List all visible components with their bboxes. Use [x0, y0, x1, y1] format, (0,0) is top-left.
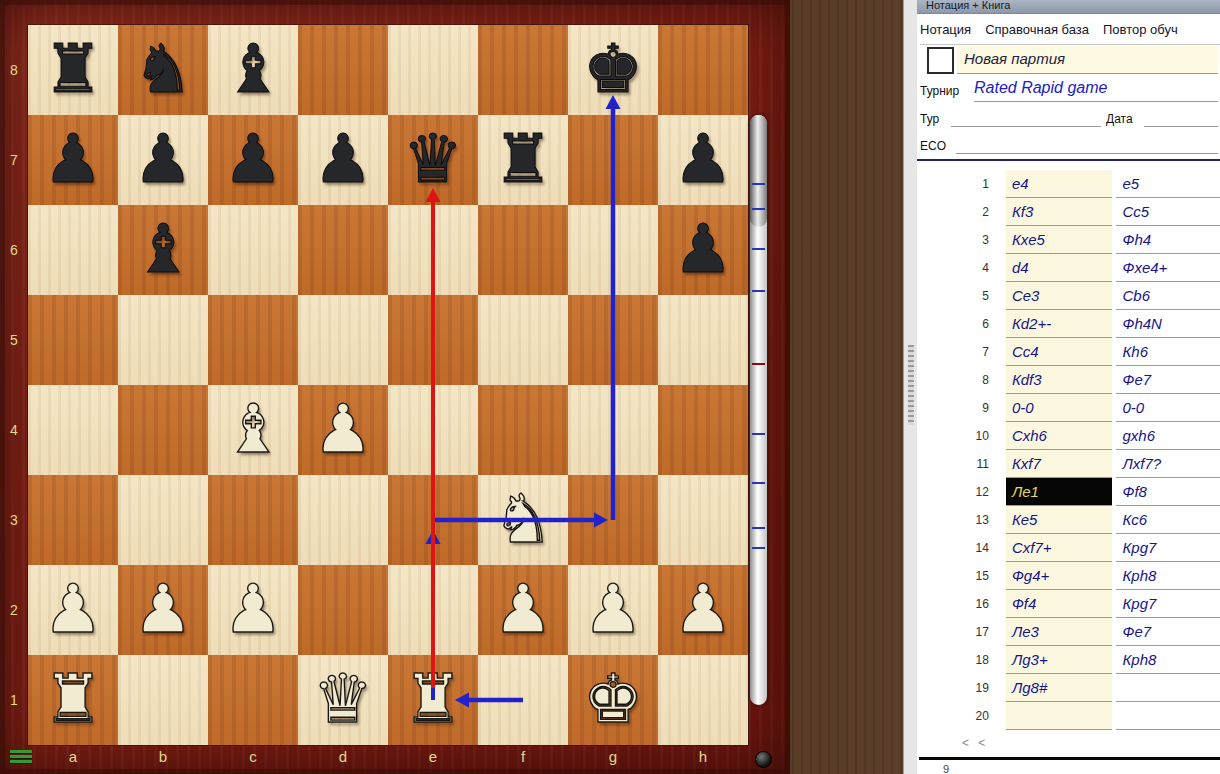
square-b5[interactable]: [118, 295, 208, 385]
white-pawn[interactable]: ♟: [28, 565, 118, 655]
square-e3[interactable]: [388, 475, 478, 565]
white-pawn[interactable]: ♟: [658, 565, 748, 655]
slider-tick: [752, 527, 765, 529]
move-row: 1e4e5: [917, 170, 1220, 198]
square-f1[interactable]: [478, 655, 568, 745]
square-c1[interactable]: [208, 655, 298, 745]
eco-label: ECO: [920, 139, 946, 153]
tournament-underline: [974, 101, 1218, 102]
move-number: 6: [917, 310, 998, 338]
move-row: 13Кe5Кc6: [917, 506, 1220, 534]
white-bishop[interactable]: ♝: [208, 385, 298, 475]
move-row: 18Лg3+Крh8: [917, 646, 1220, 674]
white-pawn[interactable]: ♟: [568, 565, 658, 655]
move-white[interactable]: Фf4: [1006, 590, 1113, 618]
move-number: 14: [917, 534, 998, 562]
chess-board[interactable]: ♜♞♝♚♟♟♟♟♛♜♟♝♟♝♟♞♟♟♟♟♟♟♜♛♜♚: [28, 25, 748, 745]
square-h3[interactable]: [658, 475, 748, 565]
moves-footer[interactable]: < <: [962, 736, 988, 750]
square-b8[interactable]: ♞: [118, 25, 208, 115]
white-pawn[interactable]: ♟: [298, 385, 388, 475]
white-knight[interactable]: ♞: [478, 475, 568, 565]
move-number: 15: [917, 562, 998, 590]
game-progress-slider[interactable]: [750, 115, 767, 705]
file-label-h: h: [658, 745, 748, 769]
black-queen[interactable]: ♛: [388, 115, 478, 205]
panel-title: Нотация + Книга: [917, 0, 1220, 11]
move-number: 20: [917, 702, 998, 730]
square-a3[interactable]: [28, 475, 118, 565]
header-divider: [917, 159, 1220, 161]
move-black[interactable]: [1116, 674, 1220, 702]
square-d6[interactable]: [298, 205, 388, 295]
move-number: 19: [917, 674, 998, 702]
square-d1[interactable]: ♛: [298, 655, 388, 745]
square-h8[interactable]: [658, 25, 748, 115]
app-window: 87654321 abcdefgh ♜♞♝♚♟♟♟♟♛♜♟♝♟♝♟♞♟♟♟♟♟♟…: [0, 0, 1220, 774]
move-black[interactable]: Крg7: [1116, 534, 1220, 562]
white-pawn[interactable]: ♟: [208, 565, 298, 655]
bottom-pane-divider: [919, 757, 1220, 760]
slider-tick: [752, 547, 765, 549]
move-row: 11Кxf7Лxf7?: [917, 450, 1220, 478]
round-field[interactable]: [951, 126, 1101, 127]
black-king[interactable]: ♚: [568, 25, 658, 115]
rank-label-4: 4: [0, 385, 28, 475]
square-g5[interactable]: [568, 295, 658, 385]
square-a4[interactable]: [28, 385, 118, 475]
white-queen[interactable]: ♛: [298, 655, 388, 745]
square-c6[interactable]: [208, 205, 298, 295]
file-label-a: a: [28, 745, 118, 769]
move-row: 6Кd2+-Фh4N: [917, 310, 1220, 338]
moves-table: 1e4e52Кf3Сc53Кxe5Фh44d4Фxe4+5Сe3Сb66Кd2+…: [917, 170, 1220, 730]
white-pawn[interactable]: ♟: [118, 565, 208, 655]
tab-2[interactable]: Справочная база: [982, 20, 1100, 42]
move-black[interactable]: 0-0: [1116, 394, 1220, 422]
file-label-c: c: [208, 745, 298, 769]
square-f8[interactable]: [478, 25, 568, 115]
black-pawn[interactable]: ♟: [28, 115, 118, 205]
partial-bottom-text: 9: [943, 763, 949, 774]
file-label-b: b: [118, 745, 208, 769]
square-e1[interactable]: ♜: [388, 655, 478, 745]
square-c2[interactable]: ♟: [208, 565, 298, 655]
square-h1[interactable]: [658, 655, 748, 745]
square-g2[interactable]: ♟: [568, 565, 658, 655]
tab-divider: [920, 44, 1220, 45]
slider-thumb[interactable]: [750, 115, 767, 227]
black-rook[interactable]: ♜: [478, 115, 568, 205]
move-black[interactable]: Крh8: [1116, 646, 1220, 674]
move-black[interactable]: Фf8: [1116, 478, 1220, 506]
move-black[interactable]: Кh6: [1116, 338, 1220, 366]
game-title-field[interactable]: Новая партия: [957, 46, 1218, 74]
round-label: Тур: [920, 112, 939, 126]
square-c5[interactable]: [208, 295, 298, 385]
slider-tick: [752, 208, 765, 210]
move-black[interactable]: Фh4N: [1116, 310, 1220, 338]
square-h5[interactable]: [658, 295, 748, 385]
slider-tick: [752, 248, 765, 250]
move-white[interactable]: Ле1: [1006, 478, 1113, 506]
move-number: 10: [917, 422, 998, 450]
move-row: 4d4Фxe4+: [917, 254, 1220, 282]
move-black[interactable]: Фh4: [1116, 226, 1220, 254]
file-label-g: g: [568, 745, 658, 769]
move-white[interactable]: Кd2+-: [1006, 310, 1113, 338]
black-knight[interactable]: ♞: [118, 25, 208, 115]
date-label: Дата: [1106, 112, 1133, 126]
square-d3[interactable]: [298, 475, 388, 565]
square-f6[interactable]: [478, 205, 568, 295]
move-row: 17Ле3Фe7: [917, 618, 1220, 646]
move-number: 17: [917, 618, 998, 646]
move-black[interactable]: Сb6: [1116, 282, 1220, 310]
square-g4[interactable]: [568, 385, 658, 475]
square-f3[interactable]: ♞: [478, 475, 568, 565]
splitter-thumb[interactable]: [908, 345, 914, 425]
slider-tick-current: [752, 363, 765, 365]
move-number: 18: [917, 646, 998, 674]
square-a8[interactable]: ♜: [28, 25, 118, 115]
square-e2[interactable]: [388, 565, 478, 655]
square-g6[interactable]: [568, 205, 658, 295]
black-rook[interactable]: ♜: [28, 25, 118, 115]
square-e5[interactable]: [388, 295, 478, 385]
move-black[interactable]: e5: [1116, 170, 1220, 198]
move-number: 13: [917, 506, 998, 534]
game-title: Новая партия: [957, 50, 1065, 67]
move-row: 19Лg8#: [917, 674, 1220, 702]
tournament-label: Турнир: [920, 84, 959, 98]
game-checkbox[interactable]: [927, 47, 954, 74]
black-pawn[interactable]: ♟: [658, 115, 748, 205]
move-number: 7: [917, 338, 998, 366]
board-menu-icon[interactable]: [10, 750, 32, 766]
tab-3[interactable]: Повтор обуч: [1100, 20, 1189, 42]
move-row: 5Сe3Сb6: [917, 282, 1220, 310]
square-b6[interactable]: ♝: [118, 205, 208, 295]
move-number: 2: [917, 198, 998, 226]
move-black[interactable]: [1116, 702, 1220, 730]
file-label-d: d: [298, 745, 388, 769]
square-a6[interactable]: [28, 205, 118, 295]
notation-panel: Нотация + Книга НотацияСправочная базаПо…: [917, 0, 1220, 774]
move-white[interactable]: [1006, 702, 1113, 730]
move-number: 1: [917, 170, 998, 198]
move-number: 5: [917, 282, 998, 310]
move-row: 12Ле1Фf8: [917, 478, 1220, 506]
rank-label-7: 7: [0, 115, 28, 205]
panel-titlebar[interactable]: Нотация + Книга: [917, 0, 1220, 14]
black-pawn[interactable]: ♟: [118, 115, 208, 205]
move-white[interactable]: Кe5: [1006, 506, 1113, 534]
date-field[interactable]: [1144, 126, 1218, 127]
move-row: 10Сxh6gxh6: [917, 422, 1220, 450]
move-number: 4: [917, 254, 998, 282]
move-white[interactable]: Сc4: [1006, 338, 1113, 366]
square-c7[interactable]: ♟: [208, 115, 298, 205]
square-h2[interactable]: ♟: [658, 565, 748, 655]
black-pawn[interactable]: ♟: [298, 115, 388, 205]
square-h6[interactable]: ♟: [658, 205, 748, 295]
rank-label-6: 6: [0, 205, 28, 295]
white-pawn[interactable]: ♟: [478, 565, 568, 655]
white-rook[interactable]: ♜: [388, 655, 478, 745]
square-g3[interactable]: [568, 475, 658, 565]
rank-label-5: 5: [0, 295, 28, 385]
move-row: 14Сxf7+Крg7: [917, 534, 1220, 562]
move-white[interactable]: Фg4+: [1006, 562, 1113, 590]
square-g1[interactable]: ♚: [568, 655, 658, 745]
square-c8[interactable]: ♝: [208, 25, 298, 115]
square-c4[interactable]: ♝: [208, 385, 298, 475]
panel-tabs: НотацияСправочная базаПовтор обуч: [917, 20, 1220, 42]
move-white[interactable]: 0-0: [1006, 394, 1113, 422]
square-d5[interactable]: [298, 295, 388, 385]
eco-field[interactable]: [956, 153, 1218, 154]
move-row: 7Сc4Кh6: [917, 338, 1220, 366]
square-a2[interactable]: ♟: [28, 565, 118, 655]
move-black[interactable]: Сc5: [1116, 198, 1220, 226]
square-f4[interactable]: [478, 385, 568, 475]
move-number: 11: [917, 450, 998, 478]
move-white[interactable]: Кf3: [1006, 198, 1113, 226]
move-white[interactable]: Лg8#: [1006, 674, 1113, 702]
square-c3[interactable]: [208, 475, 298, 565]
move-white[interactable]: Ле3: [1006, 618, 1113, 646]
rank-label-2: 2: [0, 565, 28, 655]
rank-labels: 87654321: [0, 25, 28, 745]
move-number: 8: [917, 366, 998, 394]
move-number: 16: [917, 590, 998, 618]
file-label-e: e: [388, 745, 478, 769]
square-b7[interactable]: ♟: [118, 115, 208, 205]
black-pawn[interactable]: ♟: [658, 205, 748, 295]
move-black[interactable]: Кc6: [1116, 506, 1220, 534]
move-white[interactable]: d4: [1006, 254, 1113, 282]
move-number: 3: [917, 226, 998, 254]
move-black[interactable]: Крg7: [1116, 590, 1220, 618]
move-black[interactable]: Фxe4+: [1116, 254, 1220, 282]
move-white[interactable]: Лg3+: [1006, 646, 1113, 674]
move-white[interactable]: e4: [1006, 170, 1113, 198]
square-e4[interactable]: [388, 385, 478, 475]
square-h7[interactable]: ♟: [658, 115, 748, 205]
square-d4[interactable]: ♟: [298, 385, 388, 475]
move-black[interactable]: gxh6: [1116, 422, 1220, 450]
square-e8[interactable]: [388, 25, 478, 115]
move-white[interactable]: Кxf7: [1006, 450, 1113, 478]
square-b1[interactable]: [118, 655, 208, 745]
square-a1[interactable]: ♜: [28, 655, 118, 745]
slider-tick: [752, 290, 765, 292]
square-e7[interactable]: ♛: [388, 115, 478, 205]
square-f7[interactable]: ♜: [478, 115, 568, 205]
board-corner-button[interactable]: [755, 751, 772, 768]
black-bishop[interactable]: ♝: [118, 205, 208, 295]
rank-label-1: 1: [0, 655, 28, 745]
move-row: 16Фf4Крg7: [917, 590, 1220, 618]
move-white[interactable]: Кdf3: [1006, 366, 1113, 394]
black-bishop[interactable]: ♝: [208, 25, 298, 115]
move-row: 20: [917, 702, 1220, 730]
square-g7[interactable]: [568, 115, 658, 205]
move-black[interactable]: Фe7: [1116, 618, 1220, 646]
file-label-f: f: [478, 745, 568, 769]
slider-tick: [752, 482, 765, 484]
square-b4[interactable]: [118, 385, 208, 475]
move-black[interactable]: Фe7: [1116, 366, 1220, 394]
move-black[interactable]: Крh8: [1116, 562, 1220, 590]
move-row: 15Фg4+Крh8: [917, 562, 1220, 590]
tab-1[interactable]: Нотация: [917, 20, 982, 42]
square-b2[interactable]: ♟: [118, 565, 208, 655]
white-rook[interactable]: ♜: [28, 655, 118, 745]
square-e6[interactable]: [388, 205, 478, 295]
square-a7[interactable]: ♟: [28, 115, 118, 205]
chess-board-frame: 87654321 abcdefgh ♜♞♝♚♟♟♟♟♛♜♟♝♟♝♟♞♟♟♟♟♟♟…: [0, 0, 790, 774]
square-d8[interactable]: [298, 25, 388, 115]
slider-tick: [752, 183, 765, 185]
move-white[interactable]: Сe3: [1006, 282, 1113, 310]
move-black[interactable]: Лxf7?: [1116, 450, 1220, 478]
move-white[interactable]: Кxe5: [1006, 226, 1113, 254]
black-pawn[interactable]: ♟: [208, 115, 298, 205]
square-f2[interactable]: ♟: [478, 565, 568, 655]
tournament-value[interactable]: Rated Rapid game: [974, 79, 1107, 97]
rank-label-3: 3: [0, 475, 28, 565]
square-f5[interactable]: [478, 295, 568, 385]
square-h4[interactable]: [658, 385, 748, 475]
square-g8[interactable]: ♚: [568, 25, 658, 115]
rank-label-8: 8: [0, 25, 28, 115]
square-d7[interactable]: ♟: [298, 115, 388, 205]
move-row: 2Кf3Сc5: [917, 198, 1220, 226]
move-row: 3Кxe5Фh4: [917, 226, 1220, 254]
square-b3[interactable]: [118, 475, 208, 565]
white-king[interactable]: ♚: [568, 655, 658, 745]
move-row: 8Кdf3Фe7: [917, 366, 1220, 394]
square-d2[interactable]: [298, 565, 388, 655]
move-white[interactable]: Сxf7+: [1006, 534, 1113, 562]
square-a5[interactable]: [28, 295, 118, 385]
move-number: 12: [917, 478, 998, 506]
move-number: 9: [917, 394, 998, 422]
move-white[interactable]: Сxh6: [1006, 422, 1113, 450]
file-labels: abcdefgh: [28, 745, 748, 771]
move-row: 90-00-0: [917, 394, 1220, 422]
slider-tick: [752, 433, 765, 435]
